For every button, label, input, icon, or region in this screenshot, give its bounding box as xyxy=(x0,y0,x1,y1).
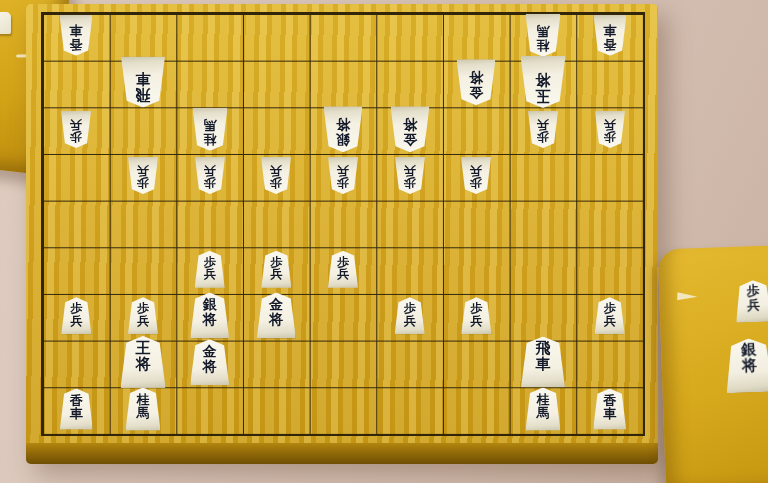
shogi-piece-pawn-7d[interactable]: 歩兵 xyxy=(195,157,225,194)
piece-kanji: 馬 xyxy=(192,118,227,132)
piece-kanji: 兵 xyxy=(461,315,491,327)
shogi-piece-lance-1a[interactable]: 香車 xyxy=(593,15,626,56)
piece-kanji: 歩 xyxy=(328,177,358,189)
piece-kanji: 金 xyxy=(457,86,496,101)
piece-kanji: 桂 xyxy=(526,39,561,53)
piece-kanji: 兵 xyxy=(61,118,91,130)
piece-kanji: 将 xyxy=(457,71,496,86)
shogi-piece-knight-8i[interactable]: 桂馬 xyxy=(126,387,161,430)
piece-kanji: 車 xyxy=(60,407,93,421)
captured-silver[interactable]: 銀将 xyxy=(725,338,768,394)
piece-kanji: 兵 xyxy=(595,315,625,327)
piece-kanji: 歩 xyxy=(261,177,291,189)
piece-kanji: 車 xyxy=(521,357,565,373)
piece-kanji: 馬 xyxy=(526,25,561,39)
piece-kanji: 香 xyxy=(60,38,93,52)
piece-kanji: 将 xyxy=(390,118,429,133)
shogi-piece-pawn-9c[interactable]: 歩兵 xyxy=(61,111,91,148)
piece-kanji: 玉 xyxy=(521,87,566,103)
shogi-piece-lance-1i[interactable]: 香車 xyxy=(593,389,626,430)
piece-kanji: 兵 xyxy=(395,164,425,176)
piece-kanji: 兵 xyxy=(195,164,225,176)
shogi-piece-gold-4c[interactable]: 金将 xyxy=(390,106,429,152)
shogi-piece-pawn-2c[interactable]: 歩兵 xyxy=(528,111,558,148)
piece-kanji: 兵 xyxy=(328,164,358,176)
piece-kanji: 桂 xyxy=(192,132,227,146)
piece-kanji: 将 xyxy=(726,357,768,374)
piece-kanji: 将 xyxy=(190,312,229,327)
piece-kanji: 車 xyxy=(60,24,93,38)
piece-kanji: 歩 xyxy=(61,130,91,142)
shogi-piece-pawn-7f[interactable]: 歩兵 xyxy=(195,251,225,288)
piece-kanji: 金 xyxy=(190,344,229,359)
sente-piece-stand: 歩兵銀将 xyxy=(658,245,768,483)
piece-kanji: 桂 xyxy=(126,392,161,406)
piece-kanji: 兵 xyxy=(395,315,425,327)
shogi-piece-pawn-1c[interactable]: 歩兵 xyxy=(595,111,625,148)
piece-kanji: 兵 xyxy=(261,268,291,280)
shogi-piece-pawn-6f[interactable]: 歩兵 xyxy=(261,251,291,288)
shogi-piece-pawn-4g[interactable]: 歩兵 xyxy=(395,297,425,334)
piece-kanji: 兵 xyxy=(595,118,625,130)
shogi-board-grid[interactable]: 香車桂馬香車飛車金将玉将歩兵桂馬銀将金将歩兵歩兵歩兵歩兵歩兵歩兵歩兵歩兵歩兵歩兵… xyxy=(41,12,645,436)
shogi-piece-gold-7h[interactable]: 金将 xyxy=(190,339,229,385)
piece-kanji: 歩 xyxy=(528,130,558,142)
piece-kanji: 銀 xyxy=(324,132,363,147)
piece-kanji: 兵 xyxy=(195,268,225,280)
piece-kanji: 車 xyxy=(593,407,626,421)
piece-kanji: 将 xyxy=(521,72,566,88)
piece-kanji: 将 xyxy=(257,312,296,327)
piece-kanji: 歩 xyxy=(461,177,491,189)
shogi-piece-pawn-3d[interactable]: 歩兵 xyxy=(461,157,491,194)
piece-kanji: 兵 xyxy=(528,118,558,130)
shogi-piece-pawn-5d[interactable]: 歩兵 xyxy=(328,157,358,194)
shogi-piece-rook-2h[interactable]: 飛車 xyxy=(521,336,565,387)
shogi-piece-lance-9i[interactable]: 香車 xyxy=(60,389,93,430)
piece-kanji: 兵 xyxy=(328,268,358,280)
shogi-piece-knight-7c[interactable]: 桂馬 xyxy=(192,107,227,150)
piece-kanji: 馬 xyxy=(126,406,161,420)
board-front-face xyxy=(26,443,658,464)
piece-kanji: 兵 xyxy=(735,297,768,312)
piece-kanji: 兵 xyxy=(461,164,491,176)
piece-kanji: 兵 xyxy=(128,164,158,176)
shogi-piece-king-8h[interactable]: 王将 xyxy=(121,336,166,388)
shogi-piece-pawn-3g[interactable]: 歩兵 xyxy=(461,297,491,334)
shogi-piece-gold-6g[interactable]: 金将 xyxy=(257,292,296,338)
piece-kanji: 金 xyxy=(257,297,296,312)
photo-shogi-scene: { "game": "shogi", "scene": "Overhead ph… xyxy=(0,0,768,483)
shogi-piece-silver-7g[interactable]: 銀将 xyxy=(190,292,229,338)
piece-kanji: 銀 xyxy=(190,297,229,312)
piece-kanji: 馬 xyxy=(526,406,561,420)
shogi-piece-pawn-4d[interactable]: 歩兵 xyxy=(395,157,425,194)
piece-kanji: 将 xyxy=(121,357,166,373)
shogi-piece-rook-8b[interactable]: 飛車 xyxy=(121,56,165,107)
piece-kanji: 兵 xyxy=(128,315,158,327)
piece-kanji: 車 xyxy=(593,24,626,38)
piece-kanji: 香 xyxy=(593,38,626,52)
piece-kanji: 兵 xyxy=(61,315,91,327)
shogi-piece-knight-2i[interactable]: 桂馬 xyxy=(526,387,561,430)
piece-kanji: 飛 xyxy=(121,87,165,103)
piece-kanji: 香 xyxy=(593,394,626,408)
shogi-piece-pawn-8g[interactable]: 歩兵 xyxy=(128,297,158,334)
shogi-piece-pawn-8d[interactable]: 歩兵 xyxy=(128,157,158,194)
shogi-piece-pawn-6d[interactable]: 歩兵 xyxy=(261,157,291,194)
piece-kanji: 車 xyxy=(121,71,165,87)
shogi-piece-pawn-5f[interactable]: 歩兵 xyxy=(328,251,358,288)
piece-kanji: 歩 xyxy=(735,284,768,299)
captured-piece-edge xyxy=(0,12,11,34)
piece-kanji: 歩 xyxy=(395,177,425,189)
shogi-piece-pawn-1g[interactable]: 歩兵 xyxy=(595,297,625,334)
captured-pawn[interactable]: 歩兵 xyxy=(735,280,768,323)
piece-kanji: 兵 xyxy=(261,164,291,176)
piece-kanji: 歩 xyxy=(195,177,225,189)
piece-kanji: 歩 xyxy=(595,130,625,142)
shogi-piece-king-2b[interactable]: 玉将 xyxy=(521,56,566,108)
shogi-piece-lance-9a[interactable]: 香車 xyxy=(60,15,93,56)
piece-kanji: 香 xyxy=(60,394,93,408)
wood-notch xyxy=(677,292,697,301)
shogi-piece-knight-2a[interactable]: 桂馬 xyxy=(526,14,561,57)
shogi-board: 香車桂馬香車飛車金将玉将歩兵桂馬銀将金将歩兵歩兵歩兵歩兵歩兵歩兵歩兵歩兵歩兵歩兵… xyxy=(26,4,658,464)
shogi-piece-silver-5c[interactable]: 銀将 xyxy=(324,106,363,152)
piece-kanji: 歩 xyxy=(128,177,158,189)
piece-kanji: 金 xyxy=(390,132,429,147)
piece-kanji: 将 xyxy=(190,359,229,374)
shogi-piece-pawn-9g[interactable]: 歩兵 xyxy=(61,297,91,334)
shogi-piece-gold-3b[interactable]: 金将 xyxy=(457,59,496,105)
piece-kanji: 桂 xyxy=(526,392,561,406)
piece-kanji: 将 xyxy=(324,118,363,133)
